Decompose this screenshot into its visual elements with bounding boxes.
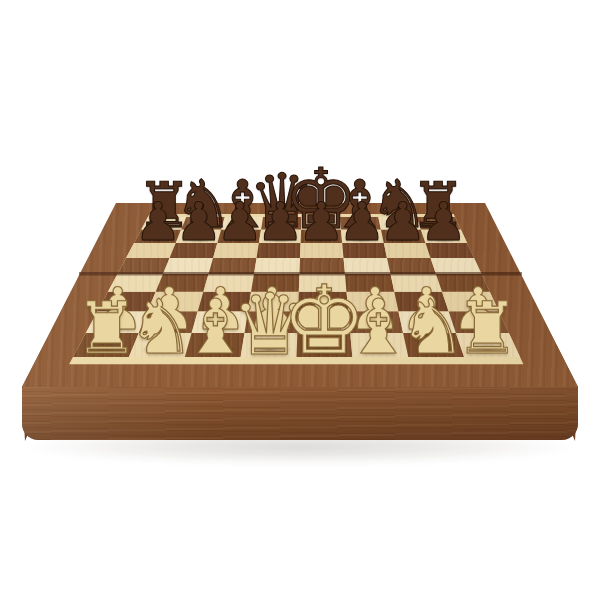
piece-black-pawn-h7[interactable]: ♟ (420, 196, 468, 249)
pieces-layer: ♜♞♝♛♚♝♞♜♟♟♟♟♟♟♟♟♟♟♟♟♟♟♟♟♜♞♝♛♚♝♞♜ (0, 0, 600, 600)
piece-white-rook-h1[interactable]: ♜ (455, 293, 519, 364)
chess-set-product-photo: ♜♞♝♛♚♝♞♜♟♟♟♟♟♟♟♟♟♟♟♟♟♟♟♟♜♞♝♛♚♝♞♜ (0, 0, 600, 600)
